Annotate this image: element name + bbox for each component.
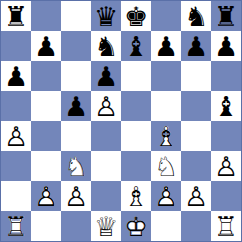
square-f7[interactable]: ♟ xyxy=(151,31,181,61)
square-f6[interactable] xyxy=(151,61,181,91)
square-d5[interactable]: ♟♙ xyxy=(91,91,121,121)
piece-black-pawn[interactable]: ♟ xyxy=(91,61,121,91)
square-f2[interactable]: ♟♙ xyxy=(151,181,181,211)
piece-white-pawn[interactable]: ♙ xyxy=(31,181,61,211)
square-h4[interactable] xyxy=(211,121,241,151)
piece-black-queen[interactable]: ♛ xyxy=(91,1,121,31)
square-d1[interactable]: ♛♕ xyxy=(91,211,121,241)
piece-black-king[interactable]: ♚ xyxy=(121,1,151,31)
square-e6[interactable] xyxy=(121,61,151,91)
piece-black-pawn[interactable]: ♟ xyxy=(61,91,91,121)
square-d2[interactable] xyxy=(91,181,121,211)
square-g2[interactable]: ♟♙ xyxy=(181,181,211,211)
square-g3[interactable] xyxy=(181,151,211,181)
square-e3[interactable] xyxy=(121,151,151,181)
square-b2[interactable]: ♟♙ xyxy=(31,181,61,211)
square-e1[interactable]: ♚♔ xyxy=(121,211,151,241)
square-b5[interactable] xyxy=(31,91,61,121)
piece-black-knight[interactable]: ♞ xyxy=(91,31,121,61)
piece-white-knight[interactable]: ♘ xyxy=(61,151,91,181)
square-h5[interactable]: ♝ xyxy=(211,91,241,121)
piece-black-pawn[interactable]: ♟ xyxy=(181,31,211,61)
square-d4[interactable] xyxy=(91,121,121,151)
square-h7[interactable]: ♟ xyxy=(211,31,241,61)
square-e5[interactable] xyxy=(121,91,151,121)
piece-white-pawn[interactable]: ♙ xyxy=(151,181,181,211)
square-f5[interactable] xyxy=(151,91,181,121)
piece-white-pawn[interactable]: ♙ xyxy=(1,121,31,151)
square-g7[interactable]: ♟ xyxy=(181,31,211,61)
piece-white-pawn[interactable]: ♙ xyxy=(91,91,121,121)
piece-white-bishop[interactable]: ♗ xyxy=(121,181,151,211)
chess-board: ♜♛♚♞♜♟♞♝♟♟♟♟♟♟♟♙♝♟♙♝♗♞♘♞♘♟♙♟♙♟♙♝♗♟♙♟♙♜♖♛… xyxy=(1,1,241,241)
square-b3[interactable] xyxy=(31,151,61,181)
square-d6[interactable]: ♟ xyxy=(91,61,121,91)
square-c2[interactable]: ♟♙ xyxy=(61,181,91,211)
square-g5[interactable] xyxy=(181,91,211,121)
piece-black-pawn[interactable]: ♟ xyxy=(211,31,241,61)
chess-board-frame: ♜♛♚♞♜♟♞♝♟♟♟♟♟♟♟♙♝♟♙♝♗♞♘♞♘♟♙♟♙♟♙♝♗♟♙♟♙♜♖♛… xyxy=(0,0,242,242)
piece-white-pawn[interactable]: ♙ xyxy=(211,151,241,181)
square-c4[interactable] xyxy=(61,121,91,151)
square-e8[interactable]: ♚ xyxy=(121,1,151,31)
square-h6[interactable] xyxy=(211,61,241,91)
piece-black-pawn[interactable]: ♟ xyxy=(31,31,61,61)
square-c5[interactable]: ♟ xyxy=(61,91,91,121)
square-c6[interactable] xyxy=(61,61,91,91)
square-a6[interactable]: ♟ xyxy=(1,61,31,91)
square-a4[interactable]: ♟♙ xyxy=(1,121,31,151)
square-a8[interactable]: ♜ xyxy=(1,1,31,31)
square-g6[interactable] xyxy=(181,61,211,91)
square-c7[interactable] xyxy=(61,31,91,61)
square-f4[interactable]: ♝♗ xyxy=(151,121,181,151)
piece-black-pawn[interactable]: ♟ xyxy=(151,31,181,61)
piece-black-knight[interactable]: ♞ xyxy=(181,1,211,31)
square-a2[interactable] xyxy=(1,181,31,211)
square-g4[interactable] xyxy=(181,121,211,151)
square-b6[interactable] xyxy=(31,61,61,91)
square-h2[interactable] xyxy=(211,181,241,211)
piece-white-rook[interactable]: ♖ xyxy=(1,211,31,241)
square-b8[interactable] xyxy=(31,1,61,31)
piece-white-queen[interactable]: ♕ xyxy=(91,211,121,241)
square-f3[interactable]: ♞♘ xyxy=(151,151,181,181)
piece-black-rook[interactable]: ♜ xyxy=(1,1,31,31)
square-b7[interactable]: ♟ xyxy=(31,31,61,61)
piece-white-knight[interactable]: ♘ xyxy=(151,151,181,181)
square-h1[interactable]: ♜♖ xyxy=(211,211,241,241)
piece-white-king[interactable]: ♔ xyxy=(121,211,151,241)
square-g8[interactable]: ♞ xyxy=(181,1,211,31)
square-f1[interactable] xyxy=(151,211,181,241)
square-c8[interactable] xyxy=(61,1,91,31)
piece-black-bishop[interactable]: ♝ xyxy=(211,91,241,121)
square-h3[interactable]: ♟♙ xyxy=(211,151,241,181)
square-e2[interactable]: ♝♗ xyxy=(121,181,151,211)
square-f8[interactable] xyxy=(151,1,181,31)
square-d8[interactable]: ♛ xyxy=(91,1,121,31)
square-b4[interactable] xyxy=(31,121,61,151)
piece-white-pawn[interactable]: ♙ xyxy=(181,181,211,211)
piece-black-bishop[interactable]: ♝ xyxy=(121,31,151,61)
square-c1[interactable] xyxy=(61,211,91,241)
piece-white-pawn[interactable]: ♙ xyxy=(61,181,91,211)
piece-black-rook[interactable]: ♜ xyxy=(211,1,241,31)
square-d3[interactable] xyxy=(91,151,121,181)
square-d7[interactable]: ♞ xyxy=(91,31,121,61)
square-g1[interactable] xyxy=(181,211,211,241)
square-a1[interactable]: ♜♖ xyxy=(1,211,31,241)
square-a7[interactable] xyxy=(1,31,31,61)
square-h8[interactable]: ♜ xyxy=(211,1,241,31)
piece-white-rook[interactable]: ♖ xyxy=(211,211,241,241)
square-c3[interactable]: ♞♘ xyxy=(61,151,91,181)
square-a5[interactable] xyxy=(1,91,31,121)
piece-black-pawn[interactable]: ♟ xyxy=(1,61,31,91)
square-a3[interactable] xyxy=(1,151,31,181)
square-e7[interactable]: ♝ xyxy=(121,31,151,61)
square-b1[interactable] xyxy=(31,211,61,241)
piece-white-bishop[interactable]: ♗ xyxy=(151,121,181,151)
square-e4[interactable] xyxy=(121,121,151,151)
